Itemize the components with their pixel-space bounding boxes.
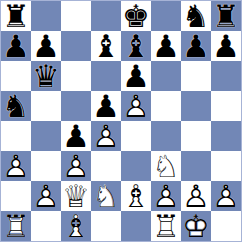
piece-black-pawn[interactable]: ♟ <box>151 31 181 61</box>
square-g2[interactable]: ♟♙ <box>181 181 211 211</box>
piece-glyph: ♛ <box>31 61 61 91</box>
square-e7[interactable]: ♝ <box>121 31 151 61</box>
square-b2[interactable]: ♟♙ <box>31 181 61 211</box>
piece-white-pawn[interactable]: ♟♙ <box>31 181 61 211</box>
piece-glyph: ♟ <box>91 91 121 121</box>
square-b6[interactable]: ♛ <box>31 61 61 91</box>
piece-outline-glyph: ♖ <box>151 211 181 241</box>
piece-glyph: ♝ <box>91 31 121 61</box>
square-a7[interactable]: ♟ <box>1 31 31 61</box>
square-e4[interactable] <box>121 121 151 151</box>
square-a6[interactable] <box>1 61 31 91</box>
piece-glyph: ♟ <box>31 31 61 61</box>
square-a5[interactable]: ♞ <box>1 91 31 121</box>
piece-white-pawn[interactable]: ♟♙ <box>91 121 121 151</box>
square-b3[interactable] <box>31 151 61 181</box>
square-d2[interactable]: ♞♘ <box>91 181 121 211</box>
square-b8[interactable] <box>31 1 61 31</box>
square-h6[interactable] <box>211 61 241 91</box>
piece-black-pawn[interactable]: ♟ <box>31 31 61 61</box>
piece-black-bishop[interactable]: ♝ <box>91 31 121 61</box>
piece-outline-glyph: ♗ <box>61 211 91 241</box>
square-d3[interactable] <box>91 151 121 181</box>
piece-white-pawn[interactable]: ♟♙ <box>151 181 181 211</box>
square-c7[interactable] <box>61 31 91 61</box>
square-f3[interactable]: ♞♘ <box>151 151 181 181</box>
piece-black-pawn[interactable]: ♟ <box>1 31 31 61</box>
square-f1[interactable]: ♜♖ <box>151 211 181 241</box>
square-f4[interactable] <box>151 121 181 151</box>
piece-outline-glyph: ♗ <box>121 181 151 211</box>
square-g3[interactable] <box>181 151 211 181</box>
square-d5[interactable]: ♟ <box>91 91 121 121</box>
piece-black-king[interactable]: ♚ <box>121 1 151 31</box>
square-d1[interactable] <box>91 211 121 241</box>
square-d7[interactable]: ♝ <box>91 31 121 61</box>
square-a8[interactable]: ♜ <box>1 1 31 31</box>
square-c1[interactable]: ♝♗ <box>61 211 91 241</box>
piece-black-knight[interactable]: ♞ <box>181 1 211 31</box>
square-h4[interactable] <box>211 121 241 151</box>
piece-outline-glyph: ♙ <box>91 121 121 151</box>
piece-outline-glyph: ♙ <box>181 181 211 211</box>
piece-glyph: ♟ <box>151 31 181 61</box>
piece-glyph: ♟ <box>61 121 91 151</box>
piece-glyph: ♟ <box>211 31 241 61</box>
square-h2[interactable]: ♟♙ <box>211 181 241 211</box>
square-b5[interactable] <box>31 91 61 121</box>
piece-white-bishop[interactable]: ♝♗ <box>121 181 151 211</box>
square-g7[interactable]: ♟ <box>181 31 211 61</box>
square-a4[interactable] <box>1 121 31 151</box>
square-f2[interactable]: ♟♙ <box>151 181 181 211</box>
square-e3[interactable] <box>121 151 151 181</box>
square-d8[interactable] <box>91 1 121 31</box>
piece-black-pawn[interactable]: ♟ <box>181 31 211 61</box>
piece-white-pawn[interactable]: ♟♙ <box>121 91 151 121</box>
square-b1[interactable] <box>31 211 61 241</box>
square-f7[interactable]: ♟ <box>151 31 181 61</box>
piece-white-knight[interactable]: ♞♘ <box>91 181 121 211</box>
piece-outline-glyph: ♔ <box>181 211 211 241</box>
square-f6[interactable] <box>151 61 181 91</box>
piece-white-pawn[interactable]: ♟♙ <box>1 151 31 181</box>
piece-glyph: ♝ <box>121 31 151 61</box>
piece-outline-glyph: ♙ <box>31 181 61 211</box>
piece-glyph: ♟ <box>181 31 211 61</box>
chess-board-frame: ♜♚♞♜♟♟♝♝♟♟♟♛♟♞♟♟♙♟♟♙♟♙♟♙♞♘♟♙♛♕♞♘♝♗♟♙♟♙♟♙… <box>0 0 242 242</box>
piece-white-king[interactable]: ♚♔ <box>181 211 211 241</box>
square-h5[interactable] <box>211 91 241 121</box>
piece-outline-glyph: ♙ <box>121 91 151 121</box>
square-e5[interactable]: ♟♙ <box>121 91 151 121</box>
piece-black-pawn[interactable]: ♟ <box>121 61 151 91</box>
square-g5[interactable] <box>181 91 211 121</box>
square-h7[interactable]: ♟ <box>211 31 241 61</box>
square-h3[interactable] <box>211 151 241 181</box>
piece-black-queen[interactable]: ♛ <box>31 61 61 91</box>
piece-glyph: ♞ <box>1 91 31 121</box>
square-e6[interactable]: ♟ <box>121 61 151 91</box>
piece-glyph: ♟ <box>121 61 151 91</box>
piece-outline-glyph: ♙ <box>211 181 241 211</box>
piece-white-pawn[interactable]: ♟♙ <box>61 151 91 181</box>
square-a3[interactable]: ♟♙ <box>1 151 31 181</box>
square-c2[interactable]: ♛♕ <box>61 181 91 211</box>
piece-outline-glyph: ♘ <box>151 151 181 181</box>
chess-board: ♜♚♞♜♟♟♝♝♟♟♟♛♟♞♟♟♙♟♟♙♟♙♟♙♞♘♟♙♛♕♞♘♝♗♟♙♟♙♟♙… <box>1 1 241 241</box>
piece-white-bishop[interactable]: ♝♗ <box>61 211 91 241</box>
piece-outline-glyph: ♖ <box>1 211 31 241</box>
piece-glyph: ♞ <box>181 1 211 31</box>
piece-white-queen[interactable]: ♛♕ <box>61 181 91 211</box>
square-a2[interactable] <box>1 181 31 211</box>
square-f5[interactable] <box>151 91 181 121</box>
piece-outline-glyph: ♙ <box>151 181 181 211</box>
square-c8[interactable] <box>61 1 91 31</box>
piece-outline-glyph: ♕ <box>61 181 91 211</box>
square-g4[interactable] <box>181 121 211 151</box>
piece-glyph: ♟ <box>1 31 31 61</box>
square-g6[interactable] <box>181 61 211 91</box>
square-e2[interactable]: ♝♗ <box>121 181 151 211</box>
square-g8[interactable]: ♞ <box>181 1 211 31</box>
square-c5[interactable] <box>61 91 91 121</box>
square-h1[interactable] <box>211 211 241 241</box>
square-e8[interactable]: ♚ <box>121 1 151 31</box>
square-c6[interactable] <box>61 61 91 91</box>
piece-black-bishop[interactable]: ♝ <box>121 31 151 61</box>
piece-glyph: ♚ <box>121 1 151 31</box>
piece-outline-glyph: ♙ <box>1 151 31 181</box>
square-b4[interactable] <box>31 121 61 151</box>
square-g1[interactable]: ♚♔ <box>181 211 211 241</box>
piece-black-pawn[interactable]: ♟ <box>91 91 121 121</box>
square-e1[interactable] <box>121 211 151 241</box>
square-a1[interactable]: ♜♖ <box>1 211 31 241</box>
square-c3[interactable]: ♟♙ <box>61 151 91 181</box>
piece-black-pawn[interactable]: ♟ <box>61 121 91 151</box>
piece-white-knight[interactable]: ♞♘ <box>151 151 181 181</box>
piece-white-rook[interactable]: ♜♖ <box>1 211 31 241</box>
piece-black-pawn[interactable]: ♟ <box>211 31 241 61</box>
square-f8[interactable] <box>151 1 181 31</box>
piece-white-pawn[interactable]: ♟♙ <box>181 181 211 211</box>
piece-black-knight[interactable]: ♞ <box>1 91 31 121</box>
piece-white-rook[interactable]: ♜♖ <box>151 211 181 241</box>
piece-white-pawn[interactable]: ♟♙ <box>211 181 241 211</box>
piece-outline-glyph: ♙ <box>61 151 91 181</box>
piece-black-rook[interactable]: ♜ <box>1 1 31 31</box>
square-d4[interactable]: ♟♙ <box>91 121 121 151</box>
square-b7[interactable]: ♟ <box>31 31 61 61</box>
square-c4[interactable]: ♟ <box>61 121 91 151</box>
square-h8[interactable]: ♜ <box>211 1 241 31</box>
piece-black-rook[interactable]: ♜ <box>211 1 241 31</box>
piece-glyph: ♜ <box>211 1 241 31</box>
piece-outline-glyph: ♘ <box>91 181 121 211</box>
square-d6[interactable] <box>91 61 121 91</box>
piece-glyph: ♜ <box>1 1 31 31</box>
